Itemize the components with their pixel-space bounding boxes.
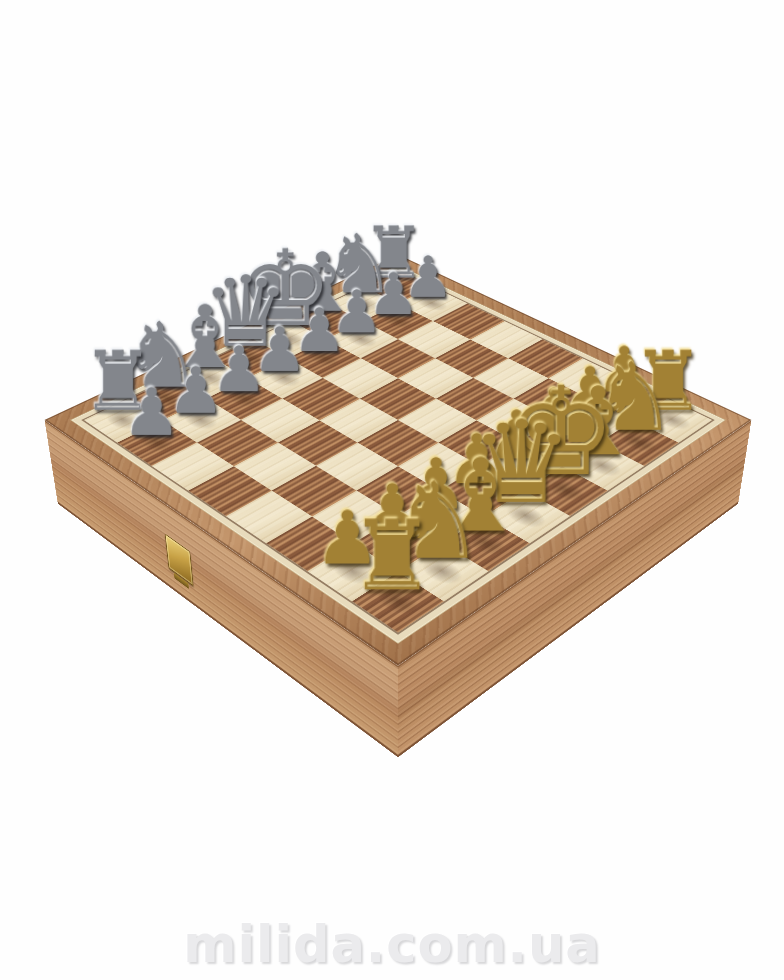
piece-black-pawn-a7: ♟ — [80, 380, 224, 446]
scene: ♜♟♟♜♞♟♟♞♝♟♟♝♚♟♟♚♛♟♟♛♝♟♟♝♞♟♟♞♜♟♟♜ — [38, 140, 758, 700]
square-a7: ♟ — [117, 420, 197, 466]
brass-clasp-icon — [165, 533, 194, 586]
chess-box: ♜♟♟♜♞♟♟♞♝♟♟♝♚♟♟♚♛♟♟♛♝♟♟♝♞♟♟♞♜♟♟♜ — [44, 255, 751, 666]
product-photo: ♜♟♟♜♞♟♟♞♝♟♟♝♚♟♟♚♛♟♟♛♝♟♟♝♞♟♟♞♜♟♟♜ milida.… — [0, 0, 784, 980]
board-frame: ♜♟♟♜♞♟♟♞♝♟♟♝♚♟♟♚♛♟♟♛♝♟♟♝♞♟♟♞♜♟♟♜ — [44, 255, 751, 666]
watermark-text: milida.com.ua — [0, 915, 784, 974]
piece-white-rook-a1: ♜ — [309, 508, 475, 605]
